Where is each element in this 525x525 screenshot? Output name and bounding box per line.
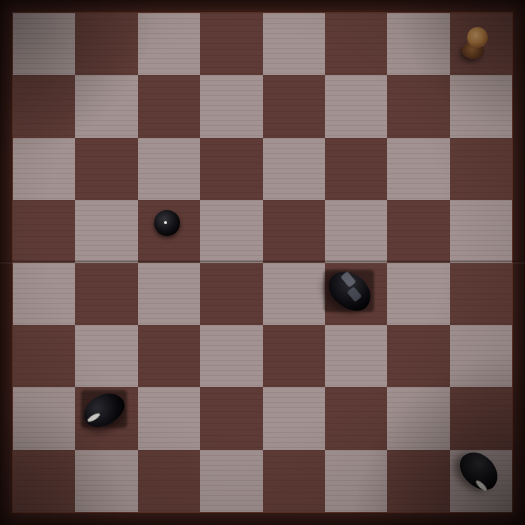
pawn-body — [154, 210, 180, 236]
square-c7[interactable] — [138, 75, 200, 137]
square-b7[interactable] — [75, 75, 137, 137]
square-a6[interactable] — [13, 138, 75, 200]
square-e7[interactable] — [263, 75, 325, 137]
square-d7[interactable] — [200, 75, 262, 137]
black-pawn-f4[interactable]: ♟ — [327, 274, 373, 308]
square-b4[interactable] — [75, 263, 137, 325]
square-a2[interactable] — [13, 387, 75, 449]
square-g5[interactable] — [387, 200, 449, 262]
specular-highlight — [340, 271, 356, 288]
square-c1[interactable] — [138, 450, 200, 512]
square-h7[interactable] — [450, 75, 512, 137]
black-pawn-b2[interactable]: ♟ — [82, 395, 125, 425]
square-e1[interactable] — [263, 450, 325, 512]
specular-highlight — [347, 286, 362, 302]
square-f6[interactable] — [325, 138, 387, 200]
square-e4[interactable] — [263, 263, 325, 325]
square-h6[interactable] — [450, 138, 512, 200]
square-b8[interactable] — [75, 13, 137, 75]
square-g1[interactable] — [387, 450, 449, 512]
square-f5[interactable] — [325, 200, 387, 262]
square-h2[interactable] — [450, 387, 512, 449]
black-pawn-h1[interactable]: ♟ — [457, 455, 500, 486]
square-f8[interactable] — [325, 13, 387, 75]
square-a4[interactable] — [13, 263, 75, 325]
pawn-head — [467, 27, 488, 48]
square-b5[interactable] — [75, 200, 137, 262]
square-g7[interactable] — [387, 75, 449, 137]
square-e6[interactable] — [263, 138, 325, 200]
square-a1[interactable] — [13, 450, 75, 512]
square-d6[interactable] — [200, 138, 262, 200]
square-c2[interactable] — [138, 387, 200, 449]
square-e3[interactable] — [263, 325, 325, 387]
square-a7[interactable] — [13, 75, 75, 137]
square-f3[interactable] — [325, 325, 387, 387]
square-c8[interactable] — [138, 13, 200, 75]
square-e5[interactable] — [263, 200, 325, 262]
square-c6[interactable] — [138, 138, 200, 200]
square-d5[interactable] — [200, 200, 262, 262]
chessboard-photo: ♙♟♟♟♟ — [0, 0, 525, 525]
specular-highlight — [86, 412, 101, 423]
square-f2[interactable] — [325, 387, 387, 449]
square-b3[interactable] — [75, 325, 137, 387]
square-e2[interactable] — [263, 387, 325, 449]
square-h5[interactable] — [450, 200, 512, 262]
square-h3[interactable] — [450, 325, 512, 387]
square-g8[interactable] — [387, 13, 449, 75]
square-d3[interactable] — [200, 325, 262, 387]
square-a3[interactable] — [13, 325, 75, 387]
square-c4[interactable] — [138, 263, 200, 325]
square-d8[interactable] — [200, 13, 262, 75]
square-g6[interactable] — [387, 138, 449, 200]
square-b1[interactable] — [75, 450, 137, 512]
board-grid — [13, 13, 512, 512]
square-c3[interactable] — [138, 325, 200, 387]
square-h4[interactable] — [450, 263, 512, 325]
square-b6[interactable] — [75, 138, 137, 200]
white-pawn-h8[interactable]: ♙ — [457, 24, 491, 66]
square-d1[interactable] — [200, 450, 262, 512]
square-e8[interactable] — [263, 13, 325, 75]
square-f7[interactable] — [325, 75, 387, 137]
square-f1[interactable] — [325, 450, 387, 512]
square-g4[interactable] — [387, 263, 449, 325]
black-pawn-c5[interactable]: ♟ — [154, 210, 180, 236]
square-g2[interactable] — [387, 387, 449, 449]
square-a5[interactable] — [13, 200, 75, 262]
square-d2[interactable] — [200, 387, 262, 449]
square-d4[interactable] — [200, 263, 262, 325]
square-a8[interactable] — [13, 13, 75, 75]
square-g3[interactable] — [387, 325, 449, 387]
